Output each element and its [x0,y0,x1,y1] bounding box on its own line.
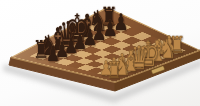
pieces-layer: ♜♞♝♛♚♝♞♜♟♟♟♟♟♟♟♟♟♟♟♟♟♟♟♟♜♞♝♛♚♝♞♜ [0,0,200,106]
piece-a1-white-rook: ♜ [107,59,122,81]
piece-a7-black-pawn: ♟ [46,43,60,65]
chess-set-photo: ♜♞♝♛♚♝♞♜♟♟♟♟♟♟♟♟♟♟♟♟♟♟♟♟♜♞♝♛♚♝♞♜ [0,0,200,106]
